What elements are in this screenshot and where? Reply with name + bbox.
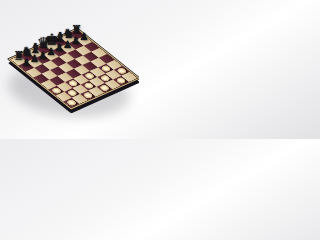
chess-set-product-photo[interactable]: ♜♞♟♝♟♚♟♛♟♝♟♞♟♜♟♟ (0, 0, 139, 139)
